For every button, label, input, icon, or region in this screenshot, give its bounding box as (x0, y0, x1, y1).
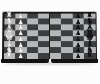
square (84, 53, 96, 59)
square (50, 53, 62, 59)
square (61, 53, 73, 59)
chess-set-photo: ♜♟♟♜♞♟♟♞♝♟♟♝♛♟♟♛♚♟♟♚♝♟♟♝♞♟♟♞♜♟♟♜ (0, 0, 100, 84)
square (15, 53, 27, 59)
board-fold-hinge (49, 12, 51, 59)
square (72, 53, 84, 59)
board-front-edge-left (1, 59, 49, 64)
board-front-edge-right (51, 59, 98, 64)
square (27, 53, 39, 59)
square (4, 53, 16, 59)
